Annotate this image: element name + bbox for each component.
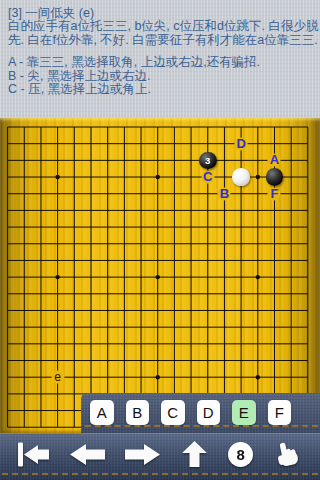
hand-pointer-icon[interactable] bbox=[274, 441, 302, 468]
star-point bbox=[156, 275, 160, 279]
board-label-B[interactable]: B bbox=[216, 186, 232, 202]
answer-button-a[interactable]: A bbox=[90, 400, 114, 425]
back-arrow-icon[interactable] bbox=[70, 443, 105, 466]
black-stone-3: 3 bbox=[199, 152, 217, 170]
problem-description-line1: 白的应手有a位托三三, b位尖, c位压和d位跳下. 白很少脱 bbox=[8, 20, 314, 33]
option-a-text: A - 靠三三, 黑选择取角, 上边或右边,还有骗招. bbox=[8, 56, 314, 69]
problem-text-panel: [3] 一间低夹 (e) 白的应手有a位托三三, b位尖, c位压和d位跳下. … bbox=[0, 0, 320, 118]
star-point bbox=[256, 375, 260, 379]
star-point bbox=[256, 275, 260, 279]
app-screen: [3] 一间低夹 (e) 白的应手有a位托三三, b位尖, c位压和d位跳下. … bbox=[0, 0, 320, 480]
forward-arrow-icon[interactable] bbox=[125, 443, 160, 466]
answer-button-f[interactable]: F bbox=[268, 400, 292, 425]
skip-to-start-icon[interactable] bbox=[18, 442, 49, 467]
white-stone bbox=[232, 168, 250, 186]
problem-title: [3] 一间低夹 (e) bbox=[8, 7, 314, 20]
go-board[interactable]: DACBFe3 bbox=[0, 118, 320, 433]
star-point bbox=[55, 175, 59, 179]
answer-button-d[interactable]: D bbox=[197, 400, 221, 425]
star-point bbox=[156, 375, 160, 379]
board-label-A[interactable]: A bbox=[266, 152, 282, 168]
move-number-badge[interactable]: 8 bbox=[228, 442, 253, 467]
answer-button-c[interactable]: C bbox=[161, 400, 185, 425]
navigation-toolbar: 8 bbox=[0, 433, 320, 480]
option-b-text: B - 尖, 黑选择上边或右边. bbox=[8, 70, 314, 83]
stone-move-number: 3 bbox=[205, 156, 210, 166]
option-c-text: C - 压, 黑选择上边或角上. bbox=[8, 83, 314, 96]
answer-button-panel: ABCDEF bbox=[81, 393, 320, 433]
board-label-C[interactable]: C bbox=[200, 169, 216, 185]
board-label-D[interactable]: D bbox=[233, 136, 249, 152]
up-arrow-icon[interactable] bbox=[181, 441, 208, 467]
answer-button-b[interactable]: B bbox=[126, 400, 150, 425]
black-stone bbox=[266, 168, 284, 186]
star-point bbox=[55, 275, 59, 279]
problem-description-line2: 先. 白在f位外靠, 不好. 白需要征子有利才能在a位靠三三. bbox=[8, 34, 314, 47]
board-label-e[interactable]: e bbox=[50, 369, 66, 385]
answer-explanations: A - 靠三三, 黑选择取角, 上边或右边,还有骗招. B - 尖, 黑选择上边… bbox=[8, 56, 314, 96]
star-point bbox=[156, 175, 160, 179]
answer-button-e[interactable]: E bbox=[232, 400, 256, 425]
star-point bbox=[256, 175, 260, 179]
board-label-F[interactable]: F bbox=[266, 186, 282, 202]
move-number: 8 bbox=[228, 442, 253, 467]
